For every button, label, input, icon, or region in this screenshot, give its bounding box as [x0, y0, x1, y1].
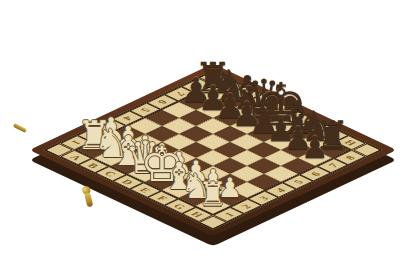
- piece-white-rook[interactable]: ♜: [199, 178, 228, 210]
- piece-black-pawn[interactable]: ♟: [301, 131, 329, 162]
- piece-layer: ♜♞♝♛♚♝♞♜♟♟♟♟♟♟♟♟♟♟♟♟♟♟♟♟♜♞♝♛♚♝♞♜: [0, 0, 400, 261]
- chess-set-photo: ABCDEFGH 87654321 ABCDEFGH 87654321 ♜♞♝♛…: [0, 0, 400, 261]
